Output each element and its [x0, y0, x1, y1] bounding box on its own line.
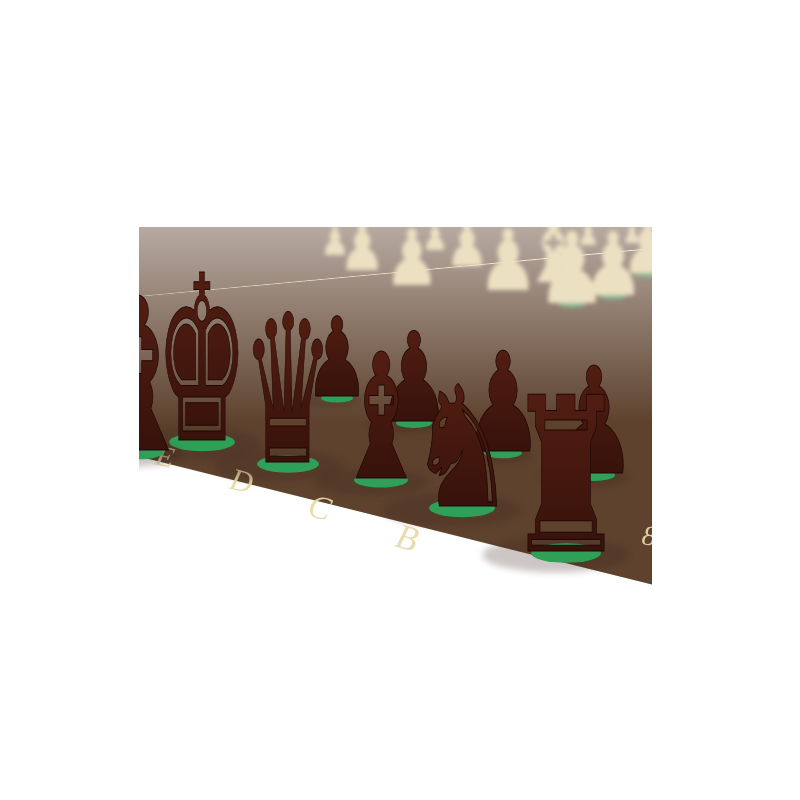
black-queen-glyph: ♛ [242, 271, 334, 510]
chess-set-product-photo: EDCB8♟♟♟♟♟♟♝♟♟♟♟♟♟♟♚♝♟♛♟♝♞♜ [0, 0, 800, 800]
black-knight-glyph: ♞ [408, 350, 516, 546]
black-rook-glyph: ♜ [505, 351, 626, 601]
chess-board-scene: EDCB8♟♟♟♟♟♟♝♟♟♟♟♟♟♟♚♝♟♛♟♝♞♜ [0, 0, 800, 800]
